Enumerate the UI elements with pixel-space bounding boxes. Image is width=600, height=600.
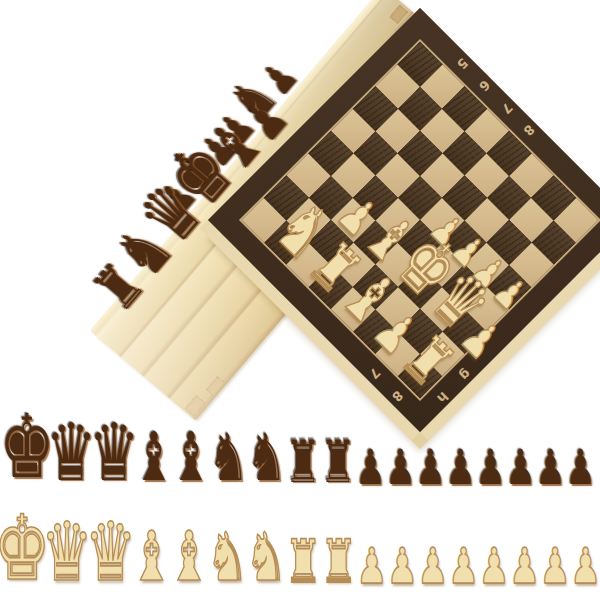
dark-piece-lineup-row: ♚♛♛♝♝♞♞♜♜♟♟♟♟♟♟♟♟ (0, 394, 600, 490)
light-queen: ♛ (90, 536, 131, 590)
dark-bishop: ♝ (137, 445, 171, 490)
light-rook: ♜ (322, 550, 355, 590)
light-pawn: ♟ (511, 557, 539, 590)
board-coordinate-label: 6 (477, 78, 493, 94)
light-pawn: ♟ (358, 557, 386, 590)
light-pawn: ♟ (480, 557, 508, 590)
product-photo-scene: ♟♝♟♟♞♟ ♜♞♛♚♝♟ 567878gh ♟♟♟♟ ♟♝♚♛♟ ♞♜♝♟♜ … (0, 0, 600, 600)
dark-king: ♚ (6, 431, 48, 490)
dark-rook: ♜ (287, 451, 319, 490)
light-pawn: ♟ (450, 557, 478, 590)
dark-knight: ♞ (249, 446, 284, 490)
light-pawn: ♟ (419, 557, 447, 590)
light-bishop: ♝ (134, 544, 169, 590)
board-coordinate-label: 5 (454, 56, 470, 72)
dark-pawn: ♟ (477, 458, 504, 490)
light-pawn: ♟ (389, 557, 417, 590)
dark-bishop: ♝ (174, 445, 208, 490)
dark-queen: ♛ (51, 437, 91, 490)
board-coordinate-label: 7 (499, 100, 515, 116)
light-knight: ♞ (248, 545, 284, 590)
light-piece-lineup-row: ♚♛♛♝♝♞♞♜♜♟♟♟♟♟♟♟♟ (0, 494, 600, 590)
board-coordinate-label: 8 (521, 122, 537, 138)
dark-queen: ♛ (94, 437, 134, 490)
light-knight: ♞ (209, 545, 245, 590)
dark-pawn: ♟ (447, 458, 474, 490)
light-pawn: ♟ (541, 557, 569, 590)
dark-pawn: ♟ (357, 458, 384, 490)
dark-pawn: ♟ (387, 458, 414, 490)
dark-pawn: ♟ (507, 458, 534, 490)
dark-pawn: ♟ (567, 458, 594, 490)
board-coordinate-label: 7 (367, 366, 383, 382)
light-rook: ♜ (287, 550, 320, 590)
light-pawn: ♟ (572, 557, 600, 590)
dark-pawn: ♟ (417, 458, 444, 490)
dark-rook: ♜ (322, 451, 354, 490)
light-bishop: ♝ (172, 544, 207, 590)
light-queen: ♛ (47, 536, 88, 590)
dark-knight: ♞ (211, 446, 246, 490)
light-king: ♚ (1, 530, 44, 590)
dark-pawn: ♟ (537, 458, 564, 490)
